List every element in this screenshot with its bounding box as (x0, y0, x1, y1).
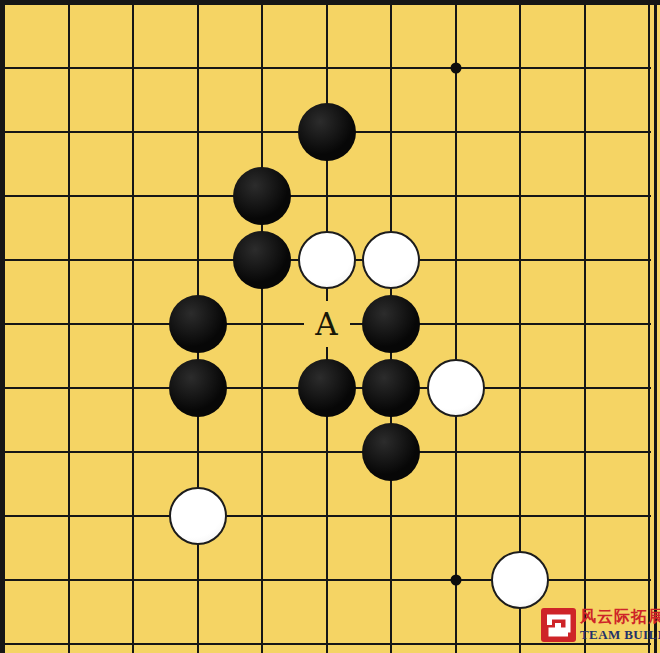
grid-vline (261, 0, 263, 653)
white-stone (427, 359, 485, 417)
black-stone (233, 167, 291, 225)
grid-vline (648, 0, 650, 653)
logo-text-cn: 风云际拓展 (580, 607, 660, 627)
black-stone (233, 231, 291, 289)
white-stone (169, 487, 227, 545)
grid-hline (0, 515, 651, 517)
black-stone (362, 359, 420, 417)
black-stone (298, 103, 356, 161)
star-point (450, 63, 461, 74)
white-stone (491, 551, 549, 609)
grid-hline (0, 67, 651, 69)
white-stone (362, 231, 420, 289)
point-label-a: A (304, 301, 350, 347)
star-point (450, 575, 461, 586)
grid-vline (0, 0, 5, 653)
grid-hline (0, 195, 651, 197)
grid-hline (0, 0, 660, 5)
grid-hline (0, 643, 651, 645)
logo-text-en: TEAM BUILDING (580, 627, 660, 642)
black-stone (169, 295, 227, 353)
grid-hline (0, 451, 651, 453)
grid-vline (68, 0, 70, 653)
black-stone (169, 359, 227, 417)
grid-vline (132, 0, 134, 653)
black-stone (298, 359, 356, 417)
grid-hline (0, 579, 651, 581)
white-stone (298, 231, 356, 289)
go-board: A 风云际拓展 TEAM BUILDING (0, 0, 660, 653)
grid-vline (455, 0, 457, 653)
black-stone (362, 295, 420, 353)
black-stone (362, 423, 420, 481)
point-label-text: A (315, 309, 337, 340)
logo: 风云际拓展 TEAM BUILDING (541, 607, 660, 643)
logo-text: 风云际拓展 TEAM BUILDING (580, 607, 660, 642)
board-frame-line (654, 0, 657, 653)
grid-vline (584, 0, 586, 653)
logo-icon (541, 607, 577, 643)
